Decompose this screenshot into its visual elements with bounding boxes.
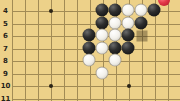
black-stone xyxy=(96,16,109,29)
row-coordinate-label: 4 xyxy=(0,8,11,15)
grid-line-horizontal xyxy=(12,61,180,62)
row-coordinate-label: 10 xyxy=(0,83,11,90)
black-stone xyxy=(109,41,122,54)
star-point xyxy=(49,84,53,88)
row-coordinate-label: 8 xyxy=(0,58,11,65)
black-stone xyxy=(122,29,135,42)
black-stone xyxy=(122,41,135,54)
white-stone xyxy=(96,29,109,42)
black-stone xyxy=(135,16,148,29)
white-stone xyxy=(83,54,96,67)
white-stone xyxy=(109,16,122,29)
black-stone xyxy=(148,4,161,17)
white-stone xyxy=(122,16,135,29)
white-stone xyxy=(122,4,135,17)
black-stone xyxy=(109,4,122,17)
ghost-square-marker xyxy=(137,31,148,42)
row-coordinate-label: 6 xyxy=(0,33,11,40)
star-point xyxy=(127,84,131,88)
black-stone xyxy=(83,29,96,42)
white-stone xyxy=(109,29,122,42)
grid-line-horizontal xyxy=(12,86,180,87)
white-stone xyxy=(109,54,122,67)
black-stone xyxy=(96,4,109,17)
white-stone xyxy=(135,4,148,17)
white-stone xyxy=(96,66,109,79)
star-point xyxy=(49,9,53,13)
row-coordinate-label: 7 xyxy=(0,45,11,52)
row-coordinate-label: 11 xyxy=(0,95,11,101)
grid-line-horizontal xyxy=(12,99,180,100)
black-stone xyxy=(83,41,96,54)
row-coordinate-label: 9 xyxy=(0,70,11,77)
go-board[interactable]: 4567891011 xyxy=(0,0,180,101)
white-stone xyxy=(96,41,109,54)
row-coordinate-label: 5 xyxy=(0,20,11,27)
